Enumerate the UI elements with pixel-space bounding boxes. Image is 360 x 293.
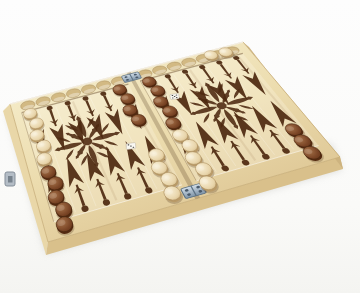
clasp-latch[interactable] [5,172,15,186]
backgammon-board-photo [0,0,360,293]
product-photo-backgammon-set: Wooden folding backgammon set, open, ang… [0,0,360,293]
